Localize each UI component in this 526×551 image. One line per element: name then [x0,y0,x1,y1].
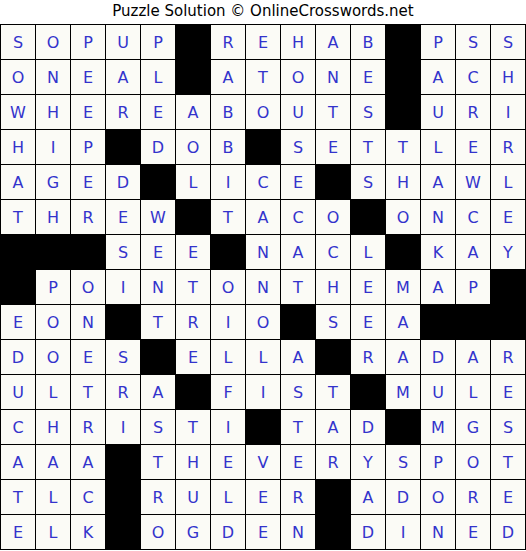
black-cell [386,60,421,95]
grid-cell: A [316,25,351,60]
grid-cell: O [316,200,351,235]
black-cell [421,305,456,340]
grid-cell: W [141,200,176,235]
grid-cell: C [456,60,491,95]
grid-cell: H [36,410,71,445]
grid-cell: D [386,480,421,515]
grid-cell: K [421,235,456,270]
grid-cell: N [246,270,281,305]
grid-cell: L [176,165,211,200]
grid-cell: R [491,130,526,165]
grid-cell: H [316,270,351,305]
grid-cell: L [421,130,456,165]
grid-cell: S [281,130,316,165]
black-cell [141,165,176,200]
grid-cell: R [106,95,141,130]
grid-cell: L [141,60,176,95]
grid-cell: A [36,445,71,480]
grid-cell: M [421,410,456,445]
grid-cell: E [351,60,386,95]
black-cell [36,235,71,270]
grid-cell: L [246,340,281,375]
grid-cell: E [1,305,36,340]
grid-cell: S [106,340,141,375]
black-cell [106,445,141,480]
grid-cell: A [1,165,36,200]
grid-cell: A [1,445,36,480]
grid-cell: A [211,60,246,95]
grid-cell: E [351,270,386,305]
grid-cell: A [421,165,456,200]
grid-cell: L [351,235,386,270]
grid-cell: S [491,410,526,445]
grid-cell: E [456,515,491,550]
grid-cell: T [71,375,106,410]
grid-cell: P [71,25,106,60]
grid-cell: O [246,305,281,340]
grid-cell: A [456,340,491,375]
grid-cell: L [36,480,71,515]
grid-cell: O [246,95,281,130]
grid-cell: H [491,60,526,95]
grid-cell: E [491,480,526,515]
grid-cell: E [246,515,281,550]
grid-cell: G [36,165,71,200]
grid-cell: L [491,165,526,200]
grid-cell: D [421,340,456,375]
grid-cell: E [351,305,386,340]
grid-cell: E [141,95,176,130]
grid-cell: R [141,480,176,515]
black-cell [316,480,351,515]
grid-cell: R [351,340,386,375]
grid-cell: C [71,480,106,515]
black-cell [211,235,246,270]
grid-cell: E [246,25,281,60]
grid-cell: B [211,130,246,165]
grid-cell: N [36,60,71,95]
black-cell [71,235,106,270]
grid-cell: E [456,130,491,165]
grid-cell: H [36,200,71,235]
grid-cell: B [211,95,246,130]
grid-cell: W [1,95,36,130]
page-title: Puzzle Solution © OnlineCrosswords.net [0,0,526,24]
grid-cell: T [211,200,246,235]
grid-cell: S [351,165,386,200]
grid-cell: E [106,200,141,235]
grid-cell: S [1,25,36,60]
grid-cell: A [281,340,316,375]
grid-cell: N [421,200,456,235]
grid-cell: I [211,165,246,200]
grid-cell: E [211,445,246,480]
grid-cell: T [176,270,211,305]
black-cell [316,515,351,550]
grid-cell: I [211,410,246,445]
grid-cell: U [421,95,456,130]
grid-cell: M [386,375,421,410]
grid-cell: H [1,130,36,165]
crossword-grid: SOPUPREHABPSSONEALATONEACHWHEREABOUTSURI… [0,24,526,550]
black-cell [386,95,421,130]
grid-cell: U [176,480,211,515]
grid-cell: I [491,95,526,130]
grid-cell: W [456,165,491,200]
grid-cell: S [141,410,176,445]
grid-cell: U [1,375,36,410]
black-cell [106,130,141,165]
black-cell [176,375,211,410]
grid-cell: O [36,340,71,375]
grid-cell: E [71,165,106,200]
grid-cell: S [386,445,421,480]
grid-cell: C [246,165,281,200]
grid-cell: A [71,445,106,480]
grid-cell: I [386,515,421,550]
grid-cell: T [386,130,421,165]
grid-cell: K [71,515,106,550]
black-cell [1,270,36,305]
grid-cell: O [141,515,176,550]
grid-cell: R [176,305,211,340]
grid-cell: P [456,270,491,305]
grid-cell: D [351,515,386,550]
grid-cell: D [211,515,246,550]
grid-cell: N [281,515,316,550]
grid-cell: N [71,305,106,340]
grid-cell: L [211,480,246,515]
grid-cell: I [106,270,141,305]
grid-cell: O [71,270,106,305]
black-cell [246,410,281,445]
black-cell [106,515,141,550]
grid-cell: T [1,200,36,235]
black-cell [281,305,316,340]
grid-cell: N [141,270,176,305]
black-cell [1,235,36,270]
black-cell [491,270,526,305]
grid-cell: O [1,60,36,95]
grid-cell: Y [351,445,386,480]
grid-cell: R [491,340,526,375]
grid-cell: M [386,270,421,305]
grid-cell: T [351,130,386,165]
black-cell [316,340,351,375]
grid-cell: T [281,270,316,305]
grid-cell: G [176,515,211,550]
grid-cell: E [281,165,316,200]
grid-cell: R [316,445,351,480]
black-cell [106,305,141,340]
black-cell [316,165,351,200]
grid-cell: R [71,200,106,235]
grid-cell: D [491,515,526,550]
grid-cell: A [421,270,456,305]
grid-cell: L [456,375,491,410]
grid-cell: E [141,235,176,270]
grid-cell: S [491,25,526,60]
grid-cell: R [281,480,316,515]
grid-cell: H [36,95,71,130]
grid-cell: P [141,25,176,60]
grid-cell: S [456,25,491,60]
grid-cell: A [106,60,141,95]
grid-cell: R [106,375,141,410]
grid-cell: N [246,235,281,270]
grid-cell: E [281,445,316,480]
grid-cell: A [386,340,421,375]
grid-cell: H [176,445,211,480]
black-cell [106,480,141,515]
grid-cell: L [36,375,71,410]
grid-cell: U [421,375,456,410]
grid-cell: I [106,410,141,445]
grid-cell: E [491,375,526,410]
grid-cell: R [71,410,106,445]
grid-cell: P [36,270,71,305]
grid-cell: E [316,130,351,165]
grid-cell: A [316,410,351,445]
grid-cell: T [1,480,36,515]
grid-cell: U [106,25,141,60]
grid-cell: R [211,25,246,60]
grid-cell: P [421,445,456,480]
grid-cell: G [456,410,491,445]
grid-cell: D [106,165,141,200]
grid-cell: C [316,235,351,270]
grid-cell: T [316,375,351,410]
grid-cell: S [281,375,316,410]
black-cell [246,130,281,165]
grid-cell: N [316,60,351,95]
grid-cell: A [351,480,386,515]
grid-cell: U [281,95,316,130]
grid-cell: T [141,305,176,340]
grid-cell: R [456,95,491,130]
grid-cell: O [386,200,421,235]
grid-cell: O [176,130,211,165]
grid-cell: O [36,25,71,60]
grid-cell: B [351,25,386,60]
grid-cell: E [176,235,211,270]
black-cell [176,200,211,235]
grid-cell: D [141,130,176,165]
grid-cell: O [281,60,316,95]
grid-cell: E [1,515,36,550]
grid-cell: A [456,235,491,270]
grid-cell: C [281,200,316,235]
grid-cell: T [316,95,351,130]
grid-cell: D [1,340,36,375]
grid-cell: T [176,410,211,445]
grid-cell: C [456,200,491,235]
grid-cell: A [141,375,176,410]
grid-cell: O [36,305,71,340]
grid-cell: S [316,305,351,340]
black-cell [351,375,386,410]
black-cell [456,305,491,340]
grid-cell: O [456,445,491,480]
grid-cell: E [71,95,106,130]
grid-cell: H [386,165,421,200]
grid-cell: T [141,445,176,480]
grid-cell: O [421,480,456,515]
black-cell [386,410,421,445]
black-cell [176,60,211,95]
grid-cell: E [71,60,106,95]
grid-cell: I [246,375,281,410]
black-cell [491,305,526,340]
grid-cell: O [211,270,246,305]
grid-cell: A [176,95,211,130]
grid-cell: A [281,235,316,270]
grid-cell: L [36,515,71,550]
grid-cell: E [176,340,211,375]
grid-cell: S [351,95,386,130]
black-cell [386,235,421,270]
grid-cell: T [491,445,526,480]
grid-cell: A [386,305,421,340]
grid-cell: A [421,60,456,95]
grid-cell: I [36,130,71,165]
grid-cell: E [491,200,526,235]
grid-cell: F [211,375,246,410]
grid-cell: H [281,25,316,60]
grid-cell: P [421,25,456,60]
black-cell [351,200,386,235]
grid-cell: L [211,340,246,375]
grid-cell: D [351,410,386,445]
grid-cell: A [246,200,281,235]
grid-cell: E [71,340,106,375]
grid-cell: T [281,410,316,445]
grid-cell: Y [491,235,526,270]
grid-cell: C [1,410,36,445]
grid-cell: I [211,305,246,340]
black-cell [386,25,421,60]
grid-cell: S [106,235,141,270]
grid-cell: V [246,445,281,480]
grid-cell: R [456,480,491,515]
grid-cell: P [71,130,106,165]
black-cell [176,25,211,60]
grid-cell: N [421,515,456,550]
grid-cell: T [246,60,281,95]
black-cell [141,340,176,375]
grid-cell: E [246,480,281,515]
